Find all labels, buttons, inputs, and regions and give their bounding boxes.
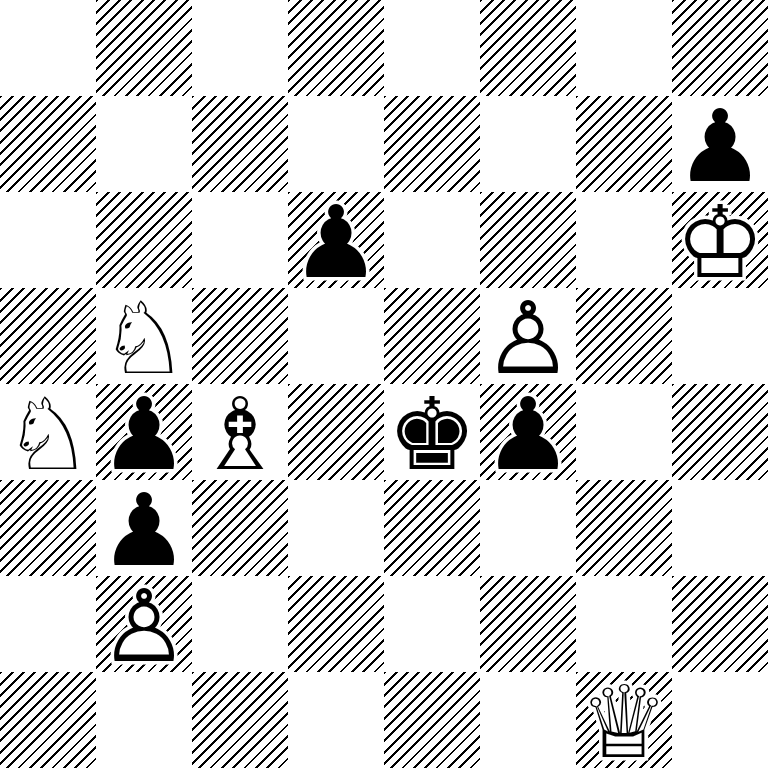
chess-board: ♟♟♟♟♚♔♞♘♟♙♞♘♟♟♝♗♚♚♟♟♟♟♟♙♛♕	[0, 0, 768, 768]
square-c2[interactable]	[192, 576, 288, 672]
square-h2[interactable]	[672, 576, 768, 672]
piece-white-pawn-b2[interactable]: ♟♙	[96, 576, 192, 672]
black-pawn-icon: ♟	[480, 387, 576, 480]
square-e8[interactable]	[384, 0, 480, 96]
square-e4[interactable]: ♚♚	[384, 384, 480, 480]
white-knight-icon: ♘	[0, 387, 96, 480]
square-d3[interactable]	[288, 480, 384, 576]
square-c3[interactable]	[192, 480, 288, 576]
square-f3[interactable]	[480, 480, 576, 576]
square-f8[interactable]	[480, 0, 576, 96]
square-d7[interactable]	[288, 96, 384, 192]
square-a1[interactable]	[0, 672, 96, 768]
piece-white-king-h6[interactable]: ♚♔	[672, 192, 768, 288]
piece-black-pawn-b4[interactable]: ♟♟	[96, 384, 192, 480]
square-a5[interactable]	[0, 288, 96, 384]
square-g1[interactable]: ♛♕	[576, 672, 672, 768]
square-h5[interactable]	[672, 288, 768, 384]
square-d4[interactable]	[288, 384, 384, 480]
square-h8[interactable]	[672, 0, 768, 96]
square-f1[interactable]	[480, 672, 576, 768]
square-h3[interactable]	[672, 480, 768, 576]
square-a6[interactable]	[0, 192, 96, 288]
square-b4[interactable]: ♟♟	[96, 384, 192, 480]
white-pawn-icon: ♙	[480, 291, 576, 384]
square-c8[interactable]	[192, 0, 288, 96]
square-e5[interactable]	[384, 288, 480, 384]
black-pawn-icon: ♟	[288, 195, 384, 288]
piece-white-pawn-f5[interactable]: ♟♙	[480, 288, 576, 384]
white-knight-icon: ♘	[96, 291, 192, 384]
piece-black-pawn-d6[interactable]: ♟♟	[288, 192, 384, 288]
piece-black-pawn-b3[interactable]: ♟♟	[96, 480, 192, 576]
square-e7[interactable]	[384, 96, 480, 192]
square-d8[interactable]	[288, 0, 384, 96]
square-h6[interactable]: ♚♔	[672, 192, 768, 288]
square-b7[interactable]	[96, 96, 192, 192]
square-f5[interactable]: ♟♙	[480, 288, 576, 384]
square-a7[interactable]	[0, 96, 96, 192]
black-pawn-icon: ♟	[96, 483, 192, 576]
square-h7[interactable]: ♟♟	[672, 96, 768, 192]
piece-white-knight-a4[interactable]: ♞♘	[0, 384, 96, 480]
square-f6[interactable]	[480, 192, 576, 288]
square-h1[interactable]	[672, 672, 768, 768]
square-g6[interactable]	[576, 192, 672, 288]
black-king-icon: ♚	[384, 387, 480, 480]
white-pawn-icon: ♙	[96, 579, 192, 672]
square-c5[interactable]	[192, 288, 288, 384]
piece-black-pawn-f4[interactable]: ♟♟	[480, 384, 576, 480]
square-f4[interactable]: ♟♟	[480, 384, 576, 480]
square-b1[interactable]	[96, 672, 192, 768]
square-g5[interactable]	[576, 288, 672, 384]
white-queen-icon: ♕	[576, 675, 672, 768]
square-f2[interactable]	[480, 576, 576, 672]
square-c4[interactable]: ♝♗	[192, 384, 288, 480]
square-b3[interactable]: ♟♟	[96, 480, 192, 576]
square-c6[interactable]	[192, 192, 288, 288]
square-b8[interactable]	[96, 0, 192, 96]
piece-black-pawn-h7[interactable]: ♟♟	[672, 96, 768, 192]
square-e1[interactable]	[384, 672, 480, 768]
white-king-icon: ♔	[672, 195, 768, 288]
piece-black-king-e4[interactable]: ♚♚	[384, 384, 480, 480]
square-f7[interactable]	[480, 96, 576, 192]
square-g8[interactable]	[576, 0, 672, 96]
square-d5[interactable]	[288, 288, 384, 384]
square-g4[interactable]	[576, 384, 672, 480]
square-b6[interactable]	[96, 192, 192, 288]
square-b5[interactable]: ♞♘	[96, 288, 192, 384]
square-b2[interactable]: ♟♙	[96, 576, 192, 672]
square-g3[interactable]	[576, 480, 672, 576]
square-d6[interactable]: ♟♟	[288, 192, 384, 288]
piece-white-knight-b5[interactable]: ♞♘	[96, 288, 192, 384]
square-a3[interactable]	[0, 480, 96, 576]
black-pawn-icon: ♟	[672, 99, 768, 192]
square-a2[interactable]	[0, 576, 96, 672]
black-pawn-icon: ♟	[96, 387, 192, 480]
square-c1[interactable]	[192, 672, 288, 768]
square-g2[interactable]	[576, 576, 672, 672]
square-a4[interactable]: ♞♘	[0, 384, 96, 480]
square-h4[interactable]	[672, 384, 768, 480]
square-c7[interactable]	[192, 96, 288, 192]
square-e6[interactable]	[384, 192, 480, 288]
square-a8[interactable]	[0, 0, 96, 96]
white-bishop-icon: ♗	[192, 387, 288, 480]
square-d1[interactable]	[288, 672, 384, 768]
square-d2[interactable]	[288, 576, 384, 672]
piece-white-queen-g1[interactable]: ♛♕	[576, 672, 672, 768]
piece-white-bishop-c4[interactable]: ♝♗	[192, 384, 288, 480]
square-e3[interactable]	[384, 480, 480, 576]
square-e2[interactable]	[384, 576, 480, 672]
square-g7[interactable]	[576, 96, 672, 192]
